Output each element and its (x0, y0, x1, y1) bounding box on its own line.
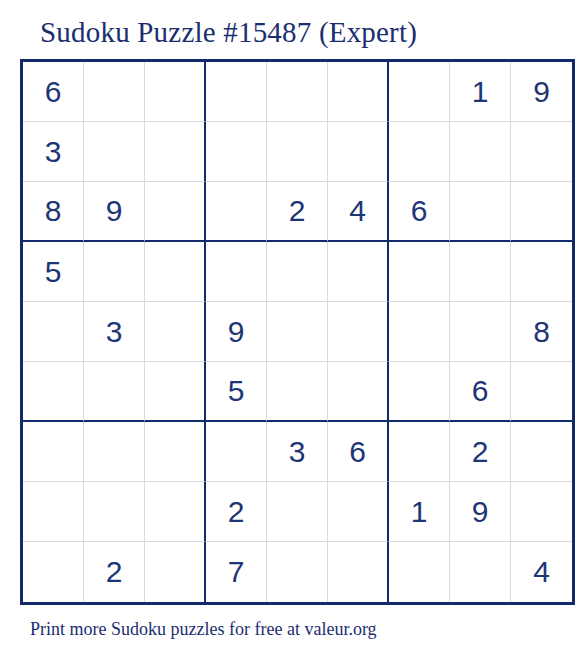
cell-r8c6 (328, 482, 389, 542)
cell-r1c4 (206, 62, 267, 122)
cell-r4c5 (267, 242, 328, 302)
cell-r3c6: 4 (328, 182, 389, 242)
cell-r6c1 (23, 362, 84, 422)
cell-r7c4 (206, 422, 267, 482)
cell-r2c8 (450, 122, 511, 182)
cell-r3c7: 6 (389, 182, 450, 242)
cell-r9c8 (450, 542, 511, 602)
cell-r5c5 (267, 302, 328, 362)
cell-r7c5: 3 (267, 422, 328, 482)
cell-r3c2: 9 (84, 182, 145, 242)
page: Sudoku Puzzle #15487 (Expert) 6193892465… (0, 0, 580, 651)
cell-r7c6: 6 (328, 422, 389, 482)
cell-r6c8: 6 (450, 362, 511, 422)
cell-r8c8: 9 (450, 482, 511, 542)
cell-r8c7: 1 (389, 482, 450, 542)
cell-r9c7 (389, 542, 450, 602)
cell-r9c9: 4 (511, 542, 572, 602)
cell-r2c5 (267, 122, 328, 182)
cell-r8c5 (267, 482, 328, 542)
cell-r9c3 (145, 542, 206, 602)
cell-r7c8: 2 (450, 422, 511, 482)
cell-r3c8 (450, 182, 511, 242)
cell-r7c9 (511, 422, 572, 482)
cell-r6c7 (389, 362, 450, 422)
cell-r7c2 (84, 422, 145, 482)
cell-r8c1 (23, 482, 84, 542)
cell-r9c5 (267, 542, 328, 602)
cell-r3c9 (511, 182, 572, 242)
cell-r4c2 (84, 242, 145, 302)
cell-r7c1 (23, 422, 84, 482)
cell-r4c8 (450, 242, 511, 302)
cell-r5c9: 8 (511, 302, 572, 362)
cell-r3c1: 8 (23, 182, 84, 242)
cell-r5c6 (328, 302, 389, 362)
cell-r2c9 (511, 122, 572, 182)
cell-r1c3 (145, 62, 206, 122)
cell-r2c3 (145, 122, 206, 182)
cell-r3c4 (206, 182, 267, 242)
cell-r8c3 (145, 482, 206, 542)
cell-r4c1: 5 (23, 242, 84, 302)
cell-r9c4: 7 (206, 542, 267, 602)
cell-r3c5: 2 (267, 182, 328, 242)
cell-r1c2 (84, 62, 145, 122)
cell-r1c8: 1 (450, 62, 511, 122)
cell-r5c2: 3 (84, 302, 145, 362)
cell-r6c5 (267, 362, 328, 422)
cell-r5c8 (450, 302, 511, 362)
cell-r4c6 (328, 242, 389, 302)
cell-r8c4: 2 (206, 482, 267, 542)
cell-r6c2 (84, 362, 145, 422)
cell-r4c9 (511, 242, 572, 302)
sudoku-board: 619389246539856362219274 (20, 59, 575, 605)
cell-r1c6 (328, 62, 389, 122)
cell-r9c6 (328, 542, 389, 602)
cell-r6c6 (328, 362, 389, 422)
puzzle-title: Sudoku Puzzle #15487 (Expert) (0, 0, 580, 59)
cell-r9c1 (23, 542, 84, 602)
cell-r5c4: 9 (206, 302, 267, 362)
cell-r2c4 (206, 122, 267, 182)
cell-r1c9: 9 (511, 62, 572, 122)
cell-r9c2: 2 (84, 542, 145, 602)
cell-r2c1: 3 (23, 122, 84, 182)
cell-r6c3 (145, 362, 206, 422)
footer-text: Print more Sudoku puzzles for free at va… (30, 619, 580, 640)
cell-r2c7 (389, 122, 450, 182)
cell-r6c4: 5 (206, 362, 267, 422)
cell-r4c4 (206, 242, 267, 302)
cell-r5c3 (145, 302, 206, 362)
cell-r2c2 (84, 122, 145, 182)
cell-r8c2 (84, 482, 145, 542)
cell-r3c3 (145, 182, 206, 242)
cell-r6c9 (511, 362, 572, 422)
cell-r7c7 (389, 422, 450, 482)
cell-r1c7 (389, 62, 450, 122)
cell-r7c3 (145, 422, 206, 482)
cell-r8c9 (511, 482, 572, 542)
cell-r4c7 (389, 242, 450, 302)
cell-r4c3 (145, 242, 206, 302)
cell-r1c5 (267, 62, 328, 122)
cell-r5c7 (389, 302, 450, 362)
cell-r2c6 (328, 122, 389, 182)
cell-r1c1: 6 (23, 62, 84, 122)
cell-r5c1 (23, 302, 84, 362)
